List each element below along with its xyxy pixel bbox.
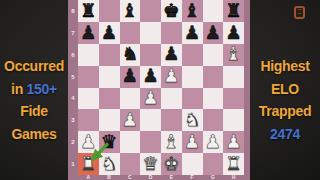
black-pawn-a7: ♟	[80, 24, 97, 43]
white-pawn-a2: ♟	[80, 133, 97, 152]
caption-line: Trapped	[250, 100, 320, 123]
square-e4[interactable]	[161, 88, 182, 110]
square-c8[interactable]: ♝	[120, 0, 141, 22]
white-pawn-c3: ♟	[122, 111, 139, 130]
square-d8[interactable]	[140, 0, 161, 22]
black-rook-h8: ♜	[225, 2, 242, 21]
square-e1[interactable]: ♚	[161, 153, 182, 175]
square-d4[interactable]: ♟	[140, 88, 161, 110]
square-f7[interactable]: ♟	[182, 22, 203, 44]
black-pawn-e6: ♟	[163, 45, 180, 64]
white-rook-a1: ♜	[80, 155, 97, 174]
file-label-a: A	[78, 175, 99, 180]
square-e3[interactable]	[161, 109, 182, 131]
square-e2[interactable]: ♝	[161, 131, 182, 153]
square-f1[interactable]	[182, 153, 203, 175]
caption-line: in 150+	[0, 78, 68, 101]
square-f2[interactable]: ♟	[182, 131, 203, 153]
square-c4[interactable]	[120, 88, 141, 110]
caption-text: in	[11, 81, 23, 97]
black-pawn-b7: ♟	[101, 24, 118, 43]
square-h1[interactable]: ♜	[223, 153, 244, 175]
rank-label-3: 3	[68, 109, 78, 131]
white-knight-f3: ♞	[184, 111, 201, 130]
black-pawn-d5: ♟	[142, 67, 159, 86]
file-label-d: D	[140, 175, 161, 180]
square-f3[interactable]: ♞	[182, 109, 203, 131]
square-d2[interactable]	[140, 131, 161, 153]
white-pawn-e5: ♟	[163, 67, 180, 86]
chess-board: 87654321 ♜♝♚♝♜♟♟♟♟♟♞♟♝♟♟♟♟♟♞♟♛♝♟♟♟♜♞♛♚♜ …	[68, 0, 250, 180]
square-g8[interactable]	[203, 0, 224, 22]
square-c3[interactable]: ♟	[120, 109, 141, 131]
white-king-e1: ♚	[163, 155, 180, 174]
square-f8[interactable]: ♝	[182, 0, 203, 22]
caption-line: Highest	[250, 55, 320, 78]
file-label-g: G	[203, 175, 224, 180]
black-pawn-g7: ♟	[205, 24, 222, 43]
channel-logo: ♖	[294, 6, 305, 19]
black-pawn-h7: ♟	[225, 24, 242, 43]
square-g1[interactable]	[203, 153, 224, 175]
square-c6[interactable]: ♞	[120, 44, 141, 66]
caption-line: ELO	[250, 78, 320, 101]
square-c7[interactable]	[120, 22, 141, 44]
rank-label-2: 2	[68, 131, 78, 153]
square-h2[interactable]: ♟	[223, 131, 244, 153]
square-b5[interactable]	[99, 66, 120, 88]
black-knight-c6: ♞	[122, 45, 139, 64]
square-b3[interactable]	[99, 109, 120, 131]
right-caption: Highest ELO Trapped 2474	[250, 0, 320, 180]
square-a4[interactable]	[78, 88, 99, 110]
black-bishop-c8: ♝	[122, 2, 139, 21]
logo-rook-icon: ♖	[296, 9, 302, 16]
rank-label-7: 7	[68, 22, 78, 44]
video-thumbnail: Occurred in 150+ Fide Games 87654321 ♜♝♚…	[0, 0, 320, 180]
rank-label-1: 1	[68, 153, 78, 175]
caption-line: Games	[0, 123, 68, 146]
square-g2[interactable]: ♟	[203, 131, 224, 153]
square-f4[interactable]	[182, 88, 203, 110]
rank-label-6: 6	[68, 44, 78, 66]
rank-label-8: 8	[68, 0, 78, 22]
square-a2[interactable]: ♟	[78, 131, 99, 153]
white-bishop-h6: ♝	[225, 45, 242, 64]
square-a3[interactable]	[78, 109, 99, 131]
square-h3[interactable]	[223, 109, 244, 131]
square-e5[interactable]: ♟	[161, 66, 182, 88]
white-bishop-e2: ♝	[163, 133, 180, 152]
caption-number: 2474	[250, 123, 320, 146]
black-queen-b2: ♛	[101, 133, 118, 152]
square-h4[interactable]	[223, 88, 244, 110]
square-d7[interactable]	[140, 22, 161, 44]
square-a5[interactable]	[78, 66, 99, 88]
file-label-b: B	[99, 175, 120, 180]
square-a7[interactable]: ♟	[78, 22, 99, 44]
white-knight-b1: ♞	[101, 155, 118, 174]
black-pawn-f7: ♟	[184, 24, 201, 43]
square-d5[interactable]: ♟	[140, 66, 161, 88]
square-g6[interactable]	[203, 44, 224, 66]
square-d3[interactable]	[140, 109, 161, 131]
square-d1[interactable]: ♛	[140, 153, 161, 175]
square-b4[interactable]	[99, 88, 120, 110]
square-b6[interactable]	[99, 44, 120, 66]
file-label-f: F	[182, 175, 203, 180]
file-label-h: H	[223, 175, 244, 180]
square-h5[interactable]	[223, 66, 244, 88]
square-c1[interactable]	[120, 153, 141, 175]
file-labels: ABCDEFGH	[68, 175, 250, 180]
square-f5[interactable]	[182, 66, 203, 88]
square-h7[interactable]: ♟	[223, 22, 244, 44]
square-c2[interactable]	[120, 131, 141, 153]
file-label-e: E	[161, 175, 182, 180]
square-e8[interactable]: ♚	[161, 0, 182, 22]
file-label-c: C	[120, 175, 141, 180]
square-b8[interactable]	[99, 0, 120, 22]
white-queen-d1: ♛	[142, 155, 159, 174]
square-b2[interactable]: ♛	[99, 131, 120, 153]
square-f6[interactable]	[182, 44, 203, 66]
left-caption: Occurred in 150+ Fide Games	[0, 0, 68, 180]
square-a6[interactable]	[78, 44, 99, 66]
square-a8[interactable]: ♜	[78, 0, 99, 22]
square-d6[interactable]	[140, 44, 161, 66]
caption-number: 150+	[27, 81, 57, 97]
square-c5[interactable]: ♟	[120, 66, 141, 88]
black-bishop-f8: ♝	[184, 2, 201, 21]
square-h8[interactable]: ♜	[223, 0, 244, 22]
black-pawn-c5: ♟	[122, 67, 139, 86]
white-pawn-f2: ♟	[184, 133, 201, 152]
board-squares: ♜♝♚♝♜♟♟♟♟♟♞♟♝♟♟♟♟♟♞♟♛♝♟♟♟♜♞♛♚♜	[78, 0, 244, 175]
white-pawn-g2: ♟	[205, 133, 222, 152]
white-pawn-d4: ♟	[142, 89, 159, 108]
black-king-e8: ♚	[163, 2, 180, 21]
black-rook-a8: ♜	[80, 2, 97, 21]
square-e6[interactable]: ♟	[161, 44, 182, 66]
square-a1[interactable]: ♜	[78, 153, 99, 175]
square-e7[interactable]	[161, 22, 182, 44]
square-g4[interactable]	[203, 88, 224, 110]
square-g7[interactable]: ♟	[203, 22, 224, 44]
white-rook-h1: ♜	[225, 155, 242, 174]
white-pawn-h2: ♟	[225, 133, 242, 152]
caption-line: Occurred	[0, 55, 68, 78]
square-b1[interactable]: ♞	[99, 153, 120, 175]
rank-label-5: 5	[68, 66, 78, 88]
rank-label-4: 4	[68, 88, 78, 110]
rank-labels: 87654321	[68, 0, 78, 175]
square-h6[interactable]: ♝	[223, 44, 244, 66]
caption-line: Fide	[0, 100, 68, 123]
square-b7[interactable]: ♟	[99, 22, 120, 44]
square-g3[interactable]	[203, 109, 224, 131]
square-g5[interactable]	[203, 66, 224, 88]
